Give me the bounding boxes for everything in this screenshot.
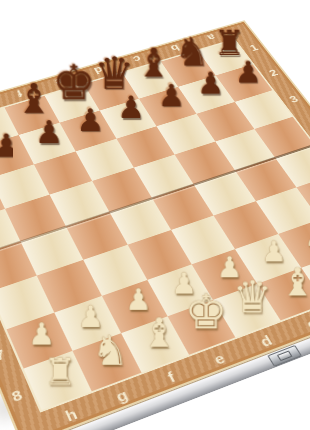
piece-light-knight-g8: ♞ [83,319,137,371]
piece-light-king-e8: ♚ [180,285,232,336]
product-photo-canvas: ♜♞♝♚♛♝♞♜♟♟♟♟♟♟♟♟♟♟♟♟♟♟♟♟♜♞♝♚♛♝♞♜ hhggffe… [0,0,310,430]
perspective-scene: ♜♞♝♚♛♝♞♜♟♟♟♟♟♟♟♟♟♟♟♟♟♟♟♟♜♞♝♚♛♝♞♜ hhggffe… [0,0,310,430]
chess-board: ♜♞♝♚♛♝♞♜♟♟♟♟♟♟♟♟♟♟♟♟♟♟♟♟♜♞♝♚♛♝♞♜ hhggffe… [0,20,310,430]
piece-light-queen-d8: ♛ [227,268,279,318]
piece-dark-pawn-g2: ♟ [0,107,34,161]
piece-light-bishop-f8: ♝ [132,302,185,354]
piece-light-rook-h8: ♜ [33,337,87,390]
